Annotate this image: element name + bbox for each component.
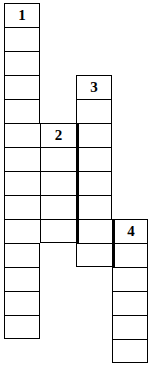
grid-cell[interactable] (112, 243, 148, 267)
grid-cell[interactable] (4, 291, 40, 315)
grid-cell[interactable] (4, 171, 40, 195)
grid-cell[interactable]: 2 (40, 123, 76, 147)
grid-cell[interactable]: 1 (4, 3, 40, 27)
grid-cell[interactable] (4, 99, 40, 123)
clue-number: 1 (18, 8, 26, 23)
grid-cell[interactable] (40, 219, 76, 243)
grid-cell[interactable]: 4 (112, 219, 148, 243)
grid-cell[interactable] (4, 27, 40, 51)
grid-cell[interactable] (112, 315, 148, 339)
grid-cell[interactable] (112, 267, 148, 291)
grid-cell[interactable] (4, 147, 40, 171)
grid-cell[interactable] (40, 171, 76, 195)
grid-cell[interactable] (76, 147, 112, 171)
grid-cell[interactable] (40, 147, 76, 171)
grid-cell[interactable] (4, 243, 40, 267)
puzzle-grid: 1324 (4, 3, 148, 363)
grid-cell[interactable]: 3 (76, 75, 112, 99)
grid-cell[interactable] (4, 195, 40, 219)
grid-cell[interactable] (76, 171, 112, 195)
grid-cell[interactable] (4, 315, 40, 339)
grid-cell[interactable] (76, 243, 112, 267)
grid-cell[interactable] (112, 339, 148, 363)
puzzle-page: 1324 (0, 0, 153, 369)
grid-cell[interactable] (76, 195, 112, 219)
clue-number: 2 (55, 128, 63, 143)
clue-number: 4 (127, 224, 135, 239)
grid-cell[interactable] (4, 51, 40, 75)
clue-number: 3 (90, 80, 98, 95)
grid-cell[interactable] (76, 99, 112, 123)
grid-cell[interactable] (4, 219, 40, 243)
grid-cell[interactable] (4, 75, 40, 99)
grid-cell[interactable] (112, 291, 148, 315)
grid-cell[interactable] (76, 219, 112, 243)
grid-cell[interactable] (4, 267, 40, 291)
grid-cell[interactable] (4, 123, 40, 147)
grid-cell[interactable] (40, 195, 76, 219)
grid-cell[interactable] (76, 123, 112, 147)
